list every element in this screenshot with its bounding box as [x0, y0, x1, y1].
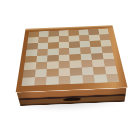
- square-a1[interactable]: [22, 77, 35, 86]
- board-top-surface: [16, 25, 128, 92]
- chess-board-grid: [22, 29, 120, 86]
- photo-background: [0, 0, 140, 140]
- finger-notch: [63, 97, 81, 101]
- square-h1[interactable]: [106, 74, 120, 83]
- square-b1[interactable]: [34, 77, 47, 86]
- square-c1[interactable]: [46, 76, 58, 85]
- square-f1[interactable]: [82, 75, 95, 84]
- square-d1[interactable]: [58, 76, 70, 85]
- square-e1[interactable]: [70, 75, 83, 84]
- chess-board-box: [12, 0, 128, 106]
